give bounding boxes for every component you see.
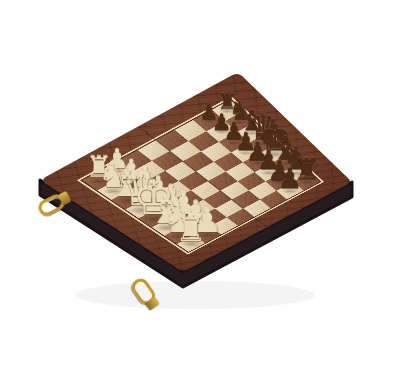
chess-set-photo: ♜♟♞♟♝♟♛♟♚♟♝♟♟♞♜♟♟♜♞♟♟♟♝♟♛♟♚♟♝♟♞♜: [0, 0, 400, 392]
ground-shadow: [75, 281, 315, 309]
